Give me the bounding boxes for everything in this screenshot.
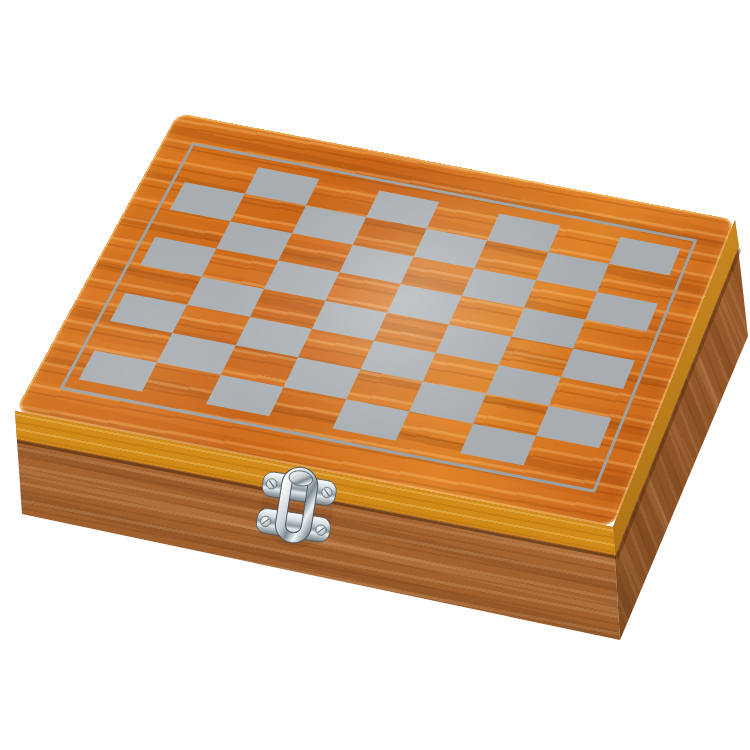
- clasp-latch: [250, 460, 342, 557]
- clasp-latch-icon: [250, 460, 342, 557]
- product-photo-stage: [0, 0, 750, 750]
